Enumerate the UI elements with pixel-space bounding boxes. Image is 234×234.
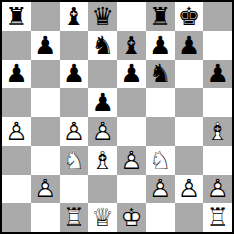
square-a4[interactable]: ♟♙: [2, 117, 31, 146]
piece-black-bishop: ♝: [117, 31, 146, 60]
square-c6[interactable]: ♟: [60, 60, 89, 89]
square-c8[interactable]: ♝: [60, 2, 89, 31]
square-g4[interactable]: [175, 117, 204, 146]
square-f2[interactable]: ♟♙: [146, 175, 175, 204]
square-e1[interactable]: ♚♔: [117, 203, 146, 232]
square-g2[interactable]: ♟♙: [175, 175, 204, 204]
piece-white-rook: ♜♖: [60, 203, 89, 232]
square-h8[interactable]: [203, 2, 232, 31]
square-f6[interactable]: ♞: [146, 60, 175, 89]
square-a8[interactable]: ♜: [2, 2, 31, 31]
square-g5[interactable]: [175, 88, 204, 117]
square-f1[interactable]: [146, 203, 175, 232]
square-e4[interactable]: [117, 117, 146, 146]
square-e7[interactable]: ♝: [117, 31, 146, 60]
square-a1[interactable]: [2, 203, 31, 232]
piece-black-knight: ♞: [88, 31, 117, 60]
piece-black-pawn: ♟: [60, 60, 89, 89]
piece-black-pawn: ♟: [2, 60, 31, 89]
square-a2[interactable]: [2, 175, 31, 204]
square-h6[interactable]: ♟: [203, 60, 232, 89]
piece-black-pawn: ♟: [175, 31, 204, 60]
square-f4[interactable]: [146, 117, 175, 146]
square-f5[interactable]: [146, 88, 175, 117]
square-e5[interactable]: [117, 88, 146, 117]
square-b6[interactable]: [31, 60, 60, 89]
square-h3[interactable]: [203, 146, 232, 175]
piece-white-bishop: ♝♗: [88, 146, 117, 175]
square-e8[interactable]: [117, 2, 146, 31]
square-d5[interactable]: ♟: [88, 88, 117, 117]
piece-white-pawn: ♟♙: [60, 117, 89, 146]
square-d8[interactable]: ♛: [88, 2, 117, 31]
piece-black-pawn: ♟: [203, 60, 232, 89]
square-b3[interactable]: [31, 146, 60, 175]
square-d6[interactable]: [88, 60, 117, 89]
square-d1[interactable]: ♛♕: [88, 203, 117, 232]
square-h7[interactable]: [203, 31, 232, 60]
piece-white-queen: ♛♕: [88, 203, 117, 232]
square-b4[interactable]: [31, 117, 60, 146]
square-e6[interactable]: ♟: [117, 60, 146, 89]
square-c4[interactable]: ♟♙: [60, 117, 89, 146]
square-d3[interactable]: ♝♗: [88, 146, 117, 175]
square-g3[interactable]: [175, 146, 204, 175]
square-a6[interactable]: ♟: [2, 60, 31, 89]
piece-white-knight: ♞♘: [146, 146, 175, 175]
square-g7[interactable]: ♟: [175, 31, 204, 60]
piece-white-pawn: ♟♙: [2, 117, 31, 146]
piece-black-rook: ♜: [146, 2, 175, 31]
chess-board: ♜♝♛♜♚♟♞♝♟♟♟♟♟♞♟♟♟♙♟♙♟♙♝♗♞♘♝♗♟♙♞♘♟♙♟♙♟♙♟♙…: [0, 0, 234, 234]
square-c2[interactable]: [60, 175, 89, 204]
square-c3[interactable]: ♞♘: [60, 146, 89, 175]
square-b5[interactable]: [31, 88, 60, 117]
square-f7[interactable]: ♟: [146, 31, 175, 60]
square-b7[interactable]: ♟: [31, 31, 60, 60]
piece-white-pawn: ♟♙: [203, 175, 232, 204]
square-a7[interactable]: [2, 31, 31, 60]
piece-black-knight: ♞: [146, 60, 175, 89]
square-b2[interactable]: ♟♙: [31, 175, 60, 204]
square-e2[interactable]: [117, 175, 146, 204]
piece-white-pawn: ♟♙: [88, 117, 117, 146]
square-b1[interactable]: [31, 203, 60, 232]
piece-white-rook: ♜♖: [203, 203, 232, 232]
square-f3[interactable]: ♞♘: [146, 146, 175, 175]
square-g8[interactable]: ♚: [175, 2, 204, 31]
piece-black-pawn: ♟: [88, 88, 117, 117]
square-b8[interactable]: [31, 2, 60, 31]
square-c5[interactable]: [60, 88, 89, 117]
piece-black-pawn: ♟: [117, 60, 146, 89]
piece-white-bishop: ♝♗: [203, 117, 232, 146]
piece-black-bishop: ♝: [60, 2, 89, 31]
piece-white-knight: ♞♘: [60, 146, 89, 175]
square-a3[interactable]: [2, 146, 31, 175]
piece-black-queen: ♛: [88, 2, 117, 31]
square-g1[interactable]: [175, 203, 204, 232]
square-d2[interactable]: [88, 175, 117, 204]
square-c1[interactable]: ♜♖: [60, 203, 89, 232]
square-e3[interactable]: ♟♙: [117, 146, 146, 175]
square-h1[interactable]: ♜♖: [203, 203, 232, 232]
piece-white-pawn: ♟♙: [117, 146, 146, 175]
piece-white-king: ♚♔: [117, 203, 146, 232]
piece-white-pawn: ♟♙: [146, 175, 175, 204]
square-h2[interactable]: ♟♙: [203, 175, 232, 204]
chess-board-window: ♜♝♛♜♚♟♞♝♟♟♟♟♟♞♟♟♟♙♟♙♟♙♝♗♞♘♝♗♟♙♞♘♟♙♟♙♟♙♟♙…: [0, 0, 234, 234]
piece-black-pawn: ♟: [31, 31, 60, 60]
piece-white-pawn: ♟♙: [175, 175, 204, 204]
square-h4[interactable]: ♝♗: [203, 117, 232, 146]
piece-black-rook: ♜: [2, 2, 31, 31]
square-g6[interactable]: [175, 60, 204, 89]
piece-white-pawn: ♟♙: [31, 175, 60, 204]
square-f8[interactable]: ♜: [146, 2, 175, 31]
square-d4[interactable]: ♟♙: [88, 117, 117, 146]
square-d7[interactable]: ♞: [88, 31, 117, 60]
square-a5[interactable]: [2, 88, 31, 117]
square-h5[interactable]: [203, 88, 232, 117]
piece-black-king: ♚: [175, 2, 204, 31]
piece-black-pawn: ♟: [146, 31, 175, 60]
square-c7[interactable]: [60, 31, 89, 60]
